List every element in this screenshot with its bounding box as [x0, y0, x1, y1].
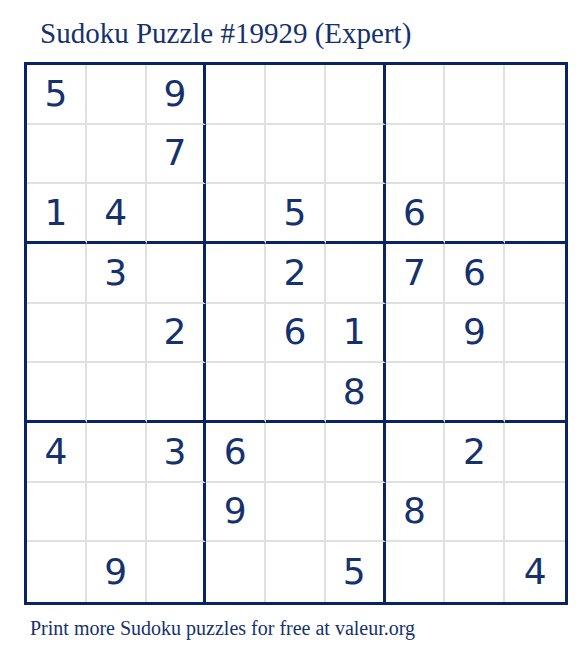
cell-r2c4: [206, 125, 266, 185]
cell-r3c8: [445, 184, 505, 244]
cell-r5c1: [27, 304, 87, 364]
cell-r3c4: [206, 184, 266, 244]
cell-r4c8: 6: [445, 244, 505, 304]
cell-r2c2: [87, 125, 147, 185]
cell-r3c7: 6: [386, 184, 446, 244]
cell-r6c3: [147, 363, 207, 423]
cell-r6c2: [87, 363, 147, 423]
cell-r7c2: [87, 423, 147, 483]
cell-r6c8: [445, 363, 505, 423]
cell-r2c1: [27, 125, 87, 185]
cell-r3c3: [147, 184, 207, 244]
cell-r5c9: [505, 304, 565, 364]
cell-r2c6: [326, 125, 386, 185]
cell-r2c9: [505, 125, 565, 185]
cell-r5c4: [206, 304, 266, 364]
cell-r9c4: [206, 542, 266, 602]
cell-r3c2: 4: [87, 184, 147, 244]
cell-r7c8: 2: [445, 423, 505, 483]
cell-r5c7: [386, 304, 446, 364]
cell-r7c4: 6: [206, 423, 266, 483]
cell-r6c9: [505, 363, 565, 423]
cell-r4c5: 2: [266, 244, 326, 304]
cell-r7c1: 4: [27, 423, 87, 483]
cell-r4c2: 3: [87, 244, 147, 304]
cell-r2c5: [266, 125, 326, 185]
cell-r8c7: 8: [386, 483, 446, 543]
cell-r6c5: [266, 363, 326, 423]
cell-r1c4: [206, 65, 266, 125]
cell-r9c3: [147, 542, 207, 602]
cell-r2c3: 7: [147, 125, 207, 185]
cell-r1c8: [445, 65, 505, 125]
cell-r9c5: [266, 542, 326, 602]
cell-r8c2: [87, 483, 147, 543]
cell-r4c9: [505, 244, 565, 304]
cell-r7c5: [266, 423, 326, 483]
cell-r4c6: [326, 244, 386, 304]
cell-r7c9: [505, 423, 565, 483]
cell-r6c4: [206, 363, 266, 423]
cell-r3c6: [326, 184, 386, 244]
cell-r8c4: 9: [206, 483, 266, 543]
cell-r4c4: [206, 244, 266, 304]
cell-r8c5: [266, 483, 326, 543]
cell-r1c2: [87, 65, 147, 125]
cell-r6c1: [27, 363, 87, 423]
cell-r9c2: 9: [87, 542, 147, 602]
cell-r9c1: [27, 542, 87, 602]
cell-r8c3: [147, 483, 207, 543]
cell-r1c1: 5: [27, 65, 87, 125]
cell-r1c6: [326, 65, 386, 125]
cell-r7c6: [326, 423, 386, 483]
cell-r1c7: [386, 65, 446, 125]
cell-r2c7: [386, 125, 446, 185]
cell-r8c9: [505, 483, 565, 543]
cell-r1c3: 9: [147, 65, 207, 125]
cell-r5c5: 6: [266, 304, 326, 364]
cell-r7c7: [386, 423, 446, 483]
cell-r6c6: 8: [326, 363, 386, 423]
cell-r9c6: 5: [326, 542, 386, 602]
cell-r8c8: [445, 483, 505, 543]
cell-r5c3: 2: [147, 304, 207, 364]
cell-r4c7: 7: [386, 244, 446, 304]
cell-r7c3: 3: [147, 423, 207, 483]
page-title: Sudoku Puzzle #19929 (Expert): [40, 17, 411, 50]
cell-r3c9: [505, 184, 565, 244]
cell-r5c8: 9: [445, 304, 505, 364]
cell-r6c7: [386, 363, 446, 423]
cell-r2c8: [445, 125, 505, 185]
cell-r5c2: [87, 304, 147, 364]
cell-r1c9: [505, 65, 565, 125]
cell-r4c1: [27, 244, 87, 304]
cell-r4c3: [147, 244, 207, 304]
cell-r9c7: [386, 542, 446, 602]
cell-r8c6: [326, 483, 386, 543]
sudoku-board: 5971456327626198436298954: [24, 62, 568, 605]
cell-r1c5: [266, 65, 326, 125]
cell-r9c9: 4: [505, 542, 565, 602]
cell-r3c5: 5: [266, 184, 326, 244]
cell-r8c1: [27, 483, 87, 543]
cell-r3c1: 1: [27, 184, 87, 244]
footer-text: Print more Sudoku puzzles for free at va…: [30, 617, 415, 640]
cell-r5c6: 1: [326, 304, 386, 364]
cell-r9c8: [445, 542, 505, 602]
